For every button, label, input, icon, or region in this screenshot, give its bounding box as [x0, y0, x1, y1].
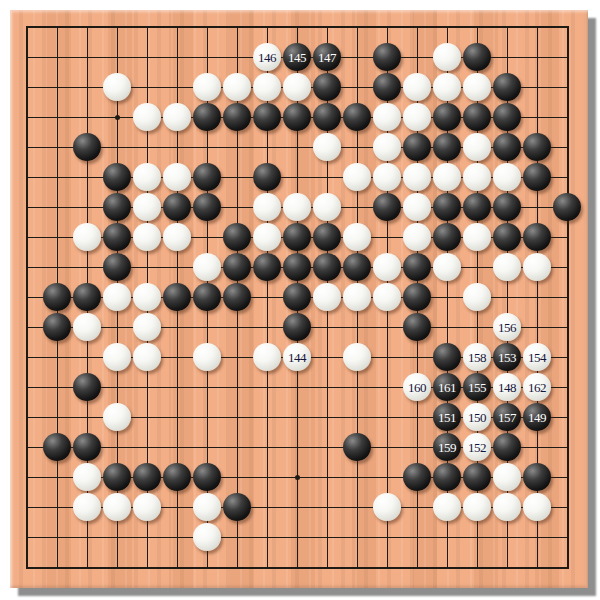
stone-white — [343, 283, 371, 311]
stone-white — [193, 73, 221, 101]
stone-black — [493, 73, 521, 101]
stone-white — [103, 73, 131, 101]
stone-black — [253, 103, 281, 131]
stone-black — [283, 313, 311, 341]
stone-black — [463, 463, 491, 491]
stone-black-move-149: 149 — [523, 403, 551, 431]
stone-black — [403, 283, 431, 311]
stone-white — [163, 223, 191, 251]
stone-black — [253, 163, 281, 191]
stone-black-move-155: 155 — [463, 373, 491, 401]
stone-white — [433, 253, 461, 281]
stone-black — [373, 193, 401, 221]
stone-black — [493, 133, 521, 161]
stone-black — [163, 283, 191, 311]
move-number-label: 144 — [288, 351, 306, 364]
stone-white — [133, 163, 161, 191]
stone-white — [403, 103, 431, 131]
stone-white — [313, 193, 341, 221]
stone-black — [193, 103, 221, 131]
stone-black-move-145: 145 — [283, 43, 311, 71]
stone-black — [373, 73, 401, 101]
stone-white — [463, 163, 491, 191]
stone-white-move-160: 160 — [403, 373, 431, 401]
stone-white — [463, 73, 491, 101]
move-number-label: 161 — [438, 381, 456, 394]
stone-black — [433, 343, 461, 371]
stone-black — [43, 283, 71, 311]
stone-black — [73, 283, 101, 311]
stone-black — [433, 463, 461, 491]
stone-black — [223, 283, 251, 311]
stone-black — [463, 103, 491, 131]
stone-white — [463, 133, 491, 161]
move-number-label: 151 — [438, 411, 456, 424]
stone-black — [43, 313, 71, 341]
stone-white — [373, 253, 401, 281]
stone-white — [523, 493, 551, 521]
stone-white — [253, 193, 281, 221]
go-board[interactable]: 1461451471561441581531541601611551481621… — [10, 10, 588, 588]
stone-black — [283, 103, 311, 131]
stone-black — [133, 463, 161, 491]
stone-black — [163, 463, 191, 491]
stone-white — [253, 73, 281, 101]
stone-black — [223, 103, 251, 131]
stone-black — [313, 223, 341, 251]
move-number-label: 155 — [468, 381, 486, 394]
stone-black — [313, 103, 341, 131]
stone-white — [193, 523, 221, 551]
stone-black — [523, 463, 551, 491]
stone-white — [193, 493, 221, 521]
stone-white — [253, 223, 281, 251]
stone-black — [463, 193, 491, 221]
stone-white — [223, 73, 251, 101]
stone-black — [313, 73, 341, 101]
stones-layer: 1461451471561441581531541601611551481621… — [12, 12, 582, 582]
stone-white — [193, 253, 221, 281]
stone-white — [163, 163, 191, 191]
stone-white — [133, 313, 161, 341]
stone-black — [403, 313, 431, 341]
stone-black — [223, 223, 251, 251]
stone-white — [373, 103, 401, 131]
stone-white — [343, 223, 371, 251]
stone-white-move-162: 162 — [523, 373, 551, 401]
stone-black — [73, 373, 101, 401]
stone-black — [313, 253, 341, 281]
stone-black — [283, 253, 311, 281]
stone-white — [373, 283, 401, 311]
stone-black — [493, 103, 521, 131]
move-number-label: 159 — [438, 441, 456, 454]
stone-black — [523, 223, 551, 251]
stone-white-move-158: 158 — [463, 343, 491, 371]
stone-white — [373, 493, 401, 521]
stone-white — [73, 493, 101, 521]
stone-black — [553, 193, 581, 221]
stone-white — [133, 283, 161, 311]
stone-white — [433, 73, 461, 101]
stone-black — [433, 193, 461, 221]
stone-white-move-156: 156 — [493, 313, 521, 341]
stone-white — [463, 493, 491, 521]
star-point — [295, 475, 300, 480]
stone-black — [193, 193, 221, 221]
stone-black-move-157: 157 — [493, 403, 521, 431]
stone-white — [103, 493, 131, 521]
stone-black — [223, 253, 251, 281]
stone-black-move-153: 153 — [493, 343, 521, 371]
stone-white — [283, 193, 311, 221]
stone-white — [73, 313, 101, 341]
stone-white — [493, 493, 521, 521]
stone-black — [463, 43, 491, 71]
stone-white — [313, 133, 341, 161]
stone-black — [73, 433, 101, 461]
move-number-label: 160 — [408, 381, 426, 394]
stone-black — [433, 103, 461, 131]
stone-white — [343, 163, 371, 191]
stone-white — [403, 193, 431, 221]
stone-white — [133, 223, 161, 251]
stone-black — [103, 163, 131, 191]
stone-white — [253, 343, 281, 371]
stone-white — [403, 163, 431, 191]
stone-white — [523, 253, 551, 281]
stone-black-move-159: 159 — [433, 433, 461, 461]
stone-black-move-161: 161 — [433, 373, 461, 401]
move-number-label: 147 — [318, 51, 336, 64]
stone-white — [493, 463, 521, 491]
move-number-label: 146 — [258, 51, 276, 64]
stone-white — [343, 343, 371, 371]
stone-black — [103, 223, 131, 251]
stone-black — [193, 163, 221, 191]
stone-white — [133, 193, 161, 221]
move-number-label: 150 — [468, 411, 486, 424]
stone-white — [103, 283, 131, 311]
stone-black — [343, 103, 371, 131]
stone-black — [163, 193, 191, 221]
move-number-label: 158 — [468, 351, 486, 364]
stone-white — [313, 283, 341, 311]
stone-black — [193, 283, 221, 311]
stone-white — [73, 223, 101, 251]
stone-black — [343, 433, 371, 461]
stone-white — [433, 43, 461, 71]
stone-black — [433, 133, 461, 161]
move-number-label: 157 — [498, 411, 516, 424]
stone-black-move-151: 151 — [433, 403, 461, 431]
stone-white — [463, 283, 491, 311]
stone-black-move-147: 147 — [313, 43, 341, 71]
stone-white — [373, 133, 401, 161]
move-number-label: 154 — [528, 351, 546, 364]
stone-white — [73, 463, 101, 491]
stone-black — [103, 463, 131, 491]
stone-white — [133, 103, 161, 131]
stone-white — [403, 223, 431, 251]
stone-white — [493, 163, 521, 191]
stone-black — [403, 133, 431, 161]
move-number-label: 148 — [498, 381, 516, 394]
stone-black — [223, 493, 251, 521]
stone-white — [103, 403, 131, 431]
stone-black — [433, 223, 461, 251]
stone-white — [133, 493, 161, 521]
move-number-label: 152 — [468, 441, 486, 454]
stone-black — [283, 223, 311, 251]
stone-white — [433, 493, 461, 521]
move-number-label: 149 — [528, 411, 546, 424]
stone-white — [163, 103, 191, 131]
move-number-label: 156 — [498, 321, 516, 334]
stone-black — [493, 433, 521, 461]
stone-black — [343, 253, 371, 281]
stone-black — [43, 433, 71, 461]
stone-black — [193, 463, 221, 491]
stone-white — [283, 73, 311, 101]
stone-white — [433, 163, 461, 191]
stone-white — [133, 343, 161, 371]
stone-black — [103, 193, 131, 221]
stone-black — [283, 283, 311, 311]
move-number-label: 145 — [288, 51, 306, 64]
stone-black — [403, 463, 431, 491]
stone-white — [463, 223, 491, 251]
stone-white — [373, 163, 401, 191]
move-number-label: 162 — [528, 381, 546, 394]
stone-white-move-144: 144 — [283, 343, 311, 371]
stone-white-move-150: 150 — [463, 403, 491, 431]
stone-white-move-152: 152 — [463, 433, 491, 461]
stone-white-move-146: 146 — [253, 43, 281, 71]
stone-white — [403, 73, 431, 101]
move-number-label: 153 — [498, 351, 516, 364]
stone-black — [253, 253, 281, 281]
stone-white-move-154: 154 — [523, 343, 551, 371]
stone-black — [493, 193, 521, 221]
stone-white — [493, 253, 521, 281]
stone-black — [373, 43, 401, 71]
stone-black — [523, 133, 551, 161]
stone-black — [403, 253, 431, 281]
stone-black — [103, 253, 131, 281]
stone-white — [103, 343, 131, 371]
stone-white — [193, 343, 221, 371]
stone-black — [493, 223, 521, 251]
stone-white-move-148: 148 — [493, 373, 521, 401]
stone-black — [73, 133, 101, 161]
star-point — [115, 115, 120, 120]
stone-black — [523, 163, 551, 191]
